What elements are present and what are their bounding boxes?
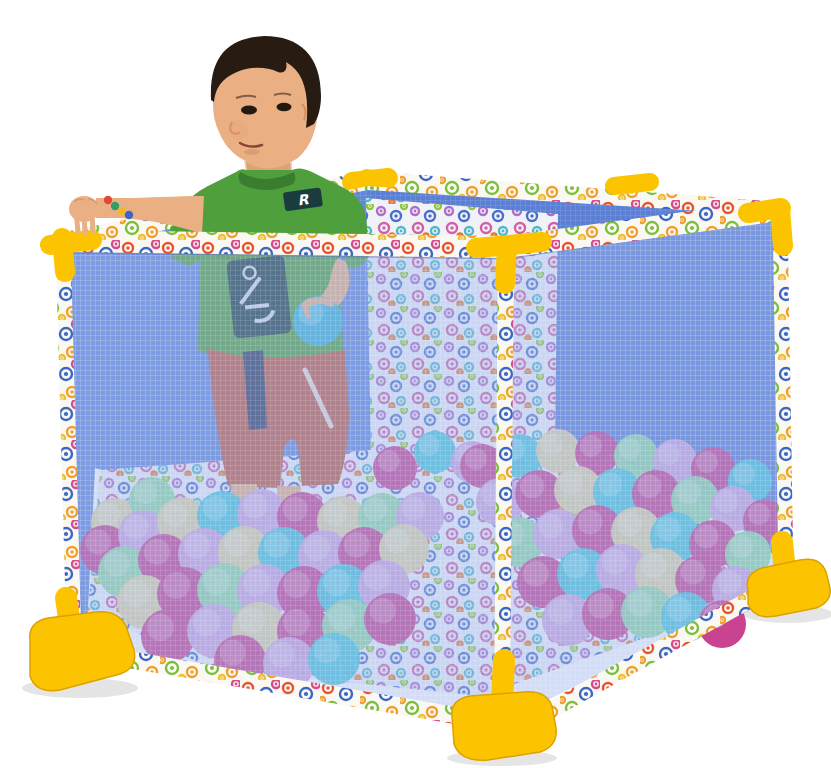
toddler-eye-right — [277, 103, 292, 111]
left-corner-elbow-stub — [62, 238, 65, 272]
front-foot — [452, 692, 556, 760]
product-photo: R — [0, 0, 831, 768]
toddler-eye-left — [241, 106, 257, 115]
right-corner-elbow-stub — [780, 209, 783, 246]
playpen-scene: R — [0, 0, 831, 768]
toddler-cheek — [228, 120, 248, 140]
front-tee-stub — [505, 246, 507, 284]
bracelet-bead — [111, 202, 119, 210]
toddler-lower-lip — [244, 149, 260, 155]
front-post — [502, 250, 506, 700]
bracelet-bead — [104, 196, 112, 204]
rail-coupler — [614, 182, 650, 186]
right-post — [780, 212, 786, 574]
bracelet-bead — [125, 211, 133, 219]
toddler-fingers-on-rail — [76, 212, 93, 233]
front-left-top-rail — [63, 241, 506, 247]
